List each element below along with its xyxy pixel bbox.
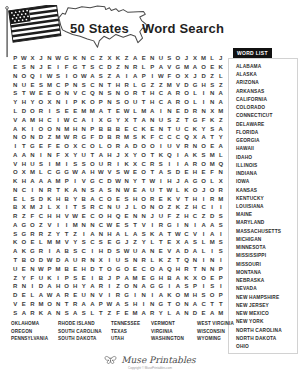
grid-cell[interactable]: A <box>88 299 97 308</box>
grid-cell[interactable]: G <box>165 221 174 230</box>
grid-cell[interactable]: C <box>182 229 191 238</box>
grid-cell[interactable]: S <box>165 168 174 177</box>
grid-cell[interactable]: U <box>157 212 166 221</box>
grid-cell[interactable]: G <box>105 115 114 124</box>
grid-cell[interactable]: M <box>216 308 225 317</box>
grid-cell[interactable]: S <box>97 238 106 247</box>
grid-cell[interactable]: H <box>105 212 114 221</box>
grid-cell[interactable]: X <box>20 203 29 212</box>
grid-cell[interactable]: L <box>122 229 131 238</box>
grid-cell[interactable]: S <box>28 194 37 203</box>
grid-cell[interactable]: L <box>45 203 54 212</box>
grid-cell[interactable]: H <box>105 150 114 159</box>
grid-cell[interactable]: F <box>208 168 217 177</box>
grid-cell[interactable]: H <box>114 80 123 89</box>
grid-cell[interactable]: A <box>165 98 174 107</box>
grid-cell[interactable]: T <box>191 264 200 273</box>
grid-cell[interactable]: D <box>182 80 191 89</box>
grid-cell[interactable]: O <box>11 168 20 177</box>
grid-cell[interactable]: E <box>139 273 148 282</box>
grid-cell[interactable]: I <box>174 150 183 159</box>
grid-cell[interactable]: E <box>148 124 157 133</box>
grid-cell[interactable]: K <box>191 150 200 159</box>
grid-cell[interactable]: A <box>88 229 97 238</box>
grid-cell[interactable]: T <box>11 256 20 265</box>
grid-cell[interactable]: A <box>182 238 191 247</box>
grid-cell[interactable]: I <box>165 159 174 168</box>
grid-cell[interactable]: J <box>122 203 131 212</box>
grid-cell[interactable]: Z <box>11 273 20 282</box>
grid-cell[interactable]: Z <box>45 229 54 238</box>
grid-cell[interactable]: U <box>97 159 106 168</box>
grid-cell[interactable]: S <box>216 212 225 221</box>
grid-cell[interactable]: J <box>37 63 46 72</box>
grid-cell[interactable]: S <box>54 107 63 116</box>
grid-cell[interactable]: E <box>28 238 37 247</box>
grid-cell[interactable]: B <box>20 256 29 265</box>
grid-cell[interactable]: E <box>71 291 80 300</box>
grid-cell[interactable]: X <box>208 107 217 116</box>
grid-cell[interactable]: R <box>105 159 114 168</box>
grid-cell[interactable]: V <box>165 247 174 256</box>
grid-cell[interactable]: A <box>216 98 225 107</box>
grid-cell[interactable]: I <box>62 98 71 107</box>
grid-cell[interactable]: C <box>97 177 106 186</box>
grid-cell[interactable]: E <box>79 212 88 221</box>
grid-cell[interactable]: H <box>54 282 63 291</box>
grid-cell[interactable]: U <box>20 80 29 89</box>
grid-cell[interactable]: A <box>191 299 200 308</box>
grid-cell[interactable]: Z <box>148 80 157 89</box>
grid-cell[interactable]: U <box>79 150 88 159</box>
grid-cell[interactable]: S <box>97 72 106 81</box>
grid-cell[interactable]: T <box>165 229 174 238</box>
grid-cell[interactable]: R <box>216 185 225 194</box>
grid-cell[interactable]: Y <box>114 115 123 124</box>
grid-cell[interactable]: S <box>208 124 217 133</box>
grid-cell[interactable]: P <box>216 291 225 300</box>
grid-cell[interactable]: T <box>97 264 106 273</box>
grid-cell[interactable]: I <box>148 221 157 230</box>
grid-cell[interactable]: L <box>148 256 157 265</box>
grid-cell[interactable]: O <box>157 203 166 212</box>
grid-cell[interactable]: U <box>114 203 123 212</box>
grid-cell[interactable]: T <box>71 203 80 212</box>
grid-cell[interactable]: T <box>79 63 88 72</box>
grid-cell[interactable]: I <box>199 89 208 98</box>
grid-cell[interactable]: U <box>157 115 166 124</box>
grid-cell[interactable]: Z <box>174 212 183 221</box>
grid-cell[interactable]: R <box>148 159 157 168</box>
grid-cell[interactable]: A <box>182 150 191 159</box>
grid-cell[interactable]: C <box>45 115 54 124</box>
grid-cell[interactable]: W <box>97 168 106 177</box>
grid-cell[interactable]: N <box>208 256 217 265</box>
grid-cell[interactable]: E <box>20 291 29 300</box>
grid-cell[interactable]: E <box>208 63 217 72</box>
grid-cell[interactable]: Z <box>182 203 191 212</box>
grid-cell[interactable]: O <box>208 185 217 194</box>
grid-cell[interactable]: I <box>62 72 71 81</box>
grid-cell[interactable]: E <box>122 212 131 221</box>
grid-cell[interactable]: I <box>37 72 46 81</box>
grid-cell[interactable]: H <box>165 177 174 186</box>
grid-cell[interactable]: T <box>97 308 106 317</box>
grid-cell[interactable]: S <box>79 80 88 89</box>
grid-cell[interactable]: K <box>139 124 148 133</box>
grid-cell[interactable]: T <box>208 299 217 308</box>
grid-cell[interactable]: E <box>122 124 131 133</box>
grid-cell[interactable]: E <box>37 142 46 151</box>
grid-cell[interactable]: A <box>157 168 166 177</box>
grid-cell[interactable]: M <box>54 264 63 273</box>
grid-cell[interactable]: H <box>54 194 63 203</box>
grid-cell[interactable]: X <box>131 159 140 168</box>
grid-cell[interactable]: V <box>71 89 80 98</box>
grid-cell[interactable]: H <box>45 212 54 221</box>
grid-cell[interactable]: S <box>122 221 131 230</box>
grid-cell[interactable]: C <box>139 159 148 168</box>
grid-cell[interactable]: C <box>97 221 106 230</box>
grid-cell[interactable]: N <box>88 221 97 230</box>
grid-cell[interactable]: C <box>157 133 166 142</box>
grid-cell[interactable]: E <box>157 194 166 203</box>
grid-cell[interactable]: A <box>208 229 217 238</box>
grid-cell[interactable]: A <box>191 63 200 72</box>
grid-cell[interactable]: N <box>11 185 20 194</box>
grid-cell[interactable]: R <box>28 299 37 308</box>
grid-cell[interactable]: J <box>105 273 114 282</box>
grid-cell[interactable]: Z <box>165 203 174 212</box>
grid-cell[interactable]: E <box>114 194 123 203</box>
grid-cell[interactable]: S <box>157 159 166 168</box>
grid-cell[interactable]: Y <box>157 308 166 317</box>
grid-cell[interactable]: W <box>20 54 29 63</box>
grid-cell[interactable]: A <box>174 282 183 291</box>
grid-cell[interactable]: I <box>54 115 63 124</box>
grid-cell[interactable]: I <box>114 159 123 168</box>
grid-cell[interactable]: L <box>208 177 217 186</box>
grid-cell[interactable]: A <box>122 142 131 151</box>
grid-cell[interactable]: H <box>20 177 29 186</box>
grid-cell[interactable]: F <box>148 133 157 142</box>
grid-cell[interactable]: O <box>105 264 114 273</box>
grid-cell[interactable]: Y <box>11 98 20 107</box>
grid-cell[interactable]: R <box>37 107 46 116</box>
grid-cell[interactable]: M <box>45 238 54 247</box>
grid-cell[interactable]: I <box>45 247 54 256</box>
grid-cell[interactable]: O <box>148 264 157 273</box>
grid-cell[interactable]: R <box>11 282 20 291</box>
grid-cell[interactable]: L <box>148 238 157 247</box>
grid-cell[interactable]: Q <box>88 89 97 98</box>
grid-cell[interactable]: K <box>174 203 183 212</box>
grid-cell[interactable]: Z <box>199 212 208 221</box>
grid-cell[interactable]: J <box>148 212 157 221</box>
grid-cell[interactable]: G <box>191 115 200 124</box>
grid-cell[interactable]: I <box>199 229 208 238</box>
grid-cell[interactable]: W <box>122 107 131 116</box>
grid-cell[interactable]: N <box>105 98 114 107</box>
grid-cell[interactable]: B <box>97 124 106 133</box>
grid-cell[interactable]: O <box>174 72 183 81</box>
grid-cell[interactable]: X <box>71 142 80 151</box>
grid-cell[interactable]: A <box>114 229 123 238</box>
grid-cell[interactable]: N <box>199 107 208 116</box>
grid-cell[interactable]: R <box>174 98 183 107</box>
grid-cell[interactable]: T <box>174 256 183 265</box>
grid-cell[interactable]: X <box>54 203 63 212</box>
grid-cell[interactable]: S <box>105 89 114 98</box>
grid-cell[interactable]: T <box>208 133 217 142</box>
grid-cell[interactable]: L <box>216 72 225 81</box>
grid-cell[interactable]: N <box>97 229 106 238</box>
grid-cell[interactable]: X <box>28 54 37 63</box>
grid-cell[interactable]: I <box>88 273 97 282</box>
grid-cell[interactable]: S <box>79 308 88 317</box>
grid-cell[interactable]: S <box>62 308 71 317</box>
grid-cell[interactable]: I <box>62 203 71 212</box>
grid-cell[interactable]: W <box>37 264 46 273</box>
grid-cell[interactable]: S <box>11 308 20 317</box>
grid-cell[interactable]: C <box>165 133 174 142</box>
grid-cell[interactable]: L <box>131 80 140 89</box>
grid-cell[interactable]: D <box>37 282 46 291</box>
grid-cell[interactable]: N <box>88 291 97 300</box>
grid-cell[interactable]: N <box>148 115 157 124</box>
grid-cell[interactable]: V <box>139 221 148 230</box>
grid-cell[interactable]: E <box>131 264 140 273</box>
grid-cell[interactable]: E <box>208 142 217 151</box>
grid-cell[interactable]: Z <box>20 212 29 221</box>
grid-cell[interactable]: X <box>191 54 200 63</box>
grid-cell[interactable]: L <box>191 89 200 98</box>
grid-cell[interactable]: M <box>54 238 63 247</box>
grid-cell[interactable]: A <box>182 159 191 168</box>
grid-cell[interactable]: A <box>131 54 140 63</box>
grid-cell[interactable]: N <box>28 264 37 273</box>
grid-cell[interactable]: S <box>79 159 88 168</box>
grid-cell[interactable]: Y <box>131 177 140 186</box>
grid-cell[interactable]: I <box>174 221 183 230</box>
grid-cell[interactable]: A <box>11 221 20 230</box>
grid-cell[interactable]: S <box>216 221 225 230</box>
grid-cell[interactable]: A <box>216 142 225 151</box>
grid-cell[interactable]: M <box>139 107 148 116</box>
grid-cell[interactable]: Q <box>216 159 225 168</box>
grid-cell[interactable]: E <box>157 247 166 256</box>
grid-cell[interactable]: N <box>182 299 191 308</box>
grid-cell[interactable]: U <box>37 273 46 282</box>
grid-cell[interactable]: O <box>139 203 148 212</box>
grid-cell[interactable]: K <box>157 256 166 265</box>
grid-cell[interactable]: S <box>88 63 97 72</box>
grid-cell[interactable]: I <box>191 221 200 230</box>
grid-cell[interactable]: M <box>54 133 63 142</box>
grid-cell[interactable]: N <box>131 282 140 291</box>
grid-cell[interactable]: B <box>11 203 20 212</box>
grid-cell[interactable]: T <box>139 177 148 186</box>
grid-cell[interactable]: F <box>45 142 54 151</box>
grid-cell[interactable]: G <box>28 142 37 151</box>
grid-cell[interactable]: S <box>37 80 46 89</box>
grid-cell[interactable]: V <box>45 221 54 230</box>
grid-cell[interactable]: T <box>182 115 191 124</box>
grid-cell[interactable]: D <box>20 107 29 116</box>
grid-cell[interactable]: S <box>11 229 20 238</box>
grid-cell[interactable]: K <box>139 133 148 142</box>
grid-cell[interactable]: H <box>199 80 208 89</box>
grid-cell[interactable]: O <box>97 212 106 221</box>
grid-cell[interactable]: I <box>165 282 174 291</box>
grid-cell[interactable]: U <box>148 185 157 194</box>
grid-cell[interactable]: O <box>62 282 71 291</box>
grid-cell[interactable]: E <box>208 273 217 282</box>
grid-cell[interactable]: E <box>20 264 29 273</box>
grid-cell[interactable]: O <box>199 273 208 282</box>
grid-cell[interactable]: S <box>199 150 208 159</box>
grid-cell[interactable]: A <box>88 282 97 291</box>
grid-cell[interactable]: W <box>62 115 71 124</box>
grid-cell[interactable]: R <box>131 89 140 98</box>
grid-cell[interactable]: Z <box>165 256 174 265</box>
grid-cell[interactable]: E <box>114 107 123 116</box>
grid-cell[interactable]: S <box>131 133 140 142</box>
grid-cell[interactable]: I <box>216 256 225 265</box>
grid-cell[interactable]: O <box>174 54 183 63</box>
grid-cell[interactable]: A <box>45 177 54 186</box>
grid-cell[interactable]: M <box>28 115 37 124</box>
grid-cell[interactable]: N <box>105 203 114 212</box>
grid-cell[interactable]: R <box>122 80 131 89</box>
grid-cell[interactable]: R <box>157 221 166 230</box>
grid-cell[interactable]: C <box>157 98 166 107</box>
grid-cell[interactable]: C <box>199 203 208 212</box>
grid-cell[interactable]: V <box>174 142 183 151</box>
grid-cell[interactable]: X <box>97 256 106 265</box>
grid-cell[interactable]: U <box>11 264 20 273</box>
grid-cell[interactable]: T <box>139 89 148 98</box>
grid-cell[interactable]: I <box>45 159 54 168</box>
grid-cell[interactable]: A <box>157 229 166 238</box>
grid-cell[interactable]: I <box>157 142 166 151</box>
grid-cell[interactable]: O <box>182 98 191 107</box>
grid-cell[interactable]: J <box>37 54 46 63</box>
grid-cell[interactable]: E <box>131 168 140 177</box>
grid-cell[interactable]: A <box>131 229 140 238</box>
grid-cell[interactable]: E <box>139 54 148 63</box>
grid-cell[interactable]: A <box>216 89 225 98</box>
grid-cell[interactable]: N <box>79 221 88 230</box>
grid-cell[interactable]: T <box>216 299 225 308</box>
grid-cell[interactable]: A <box>122 273 131 282</box>
grid-cell[interactable]: S <box>216 238 225 247</box>
grid-cell[interactable]: U <box>157 54 166 63</box>
grid-cell[interactable]: C <box>54 80 63 89</box>
grid-cell[interactable]: M <box>45 80 54 89</box>
grid-cell[interactable]: E <box>79 273 88 282</box>
grid-cell[interactable]: N <box>122 63 131 72</box>
grid-cell[interactable]: Y <box>131 150 140 159</box>
grid-cell[interactable]: A <box>45 282 54 291</box>
grid-cell[interactable]: N <box>182 308 191 317</box>
grid-cell[interactable]: X <box>45 98 54 107</box>
grid-cell[interactable]: L <box>191 98 200 107</box>
grid-cell[interactable]: M <box>54 159 63 168</box>
grid-cell[interactable]: B <box>62 264 71 273</box>
grid-cell[interactable]: H <box>182 212 191 221</box>
grid-cell[interactable]: R <box>174 89 183 98</box>
grid-cell[interactable]: E <box>37 89 46 98</box>
grid-cell[interactable]: S <box>122 256 131 265</box>
grid-cell[interactable]: K <box>208 115 217 124</box>
grid-cell[interactable]: D <box>191 308 200 317</box>
grid-cell[interactable]: F <box>114 308 123 317</box>
grid-cell[interactable]: G <box>20 229 29 238</box>
grid-cell[interactable]: D <box>131 142 140 151</box>
grid-cell[interactable]: G <box>28 247 37 256</box>
grid-cell[interactable]: N <box>122 177 131 186</box>
grid-cell[interactable]: H <box>191 291 200 300</box>
grid-cell[interactable]: L <box>131 203 140 212</box>
grid-cell[interactable]: O <box>139 142 148 151</box>
grid-cell[interactable]: R <box>71 133 80 142</box>
grid-cell[interactable]: V <box>165 63 174 72</box>
grid-cell[interactable]: S <box>139 229 148 238</box>
grid-cell[interactable]: T <box>62 299 71 308</box>
grid-cell[interactable]: F <box>165 72 174 81</box>
grid-cell[interactable]: N <box>11 133 20 142</box>
grid-cell[interactable]: Z <box>216 115 225 124</box>
grid-cell[interactable]: H <box>148 98 157 107</box>
grid-cell[interactable]: L <box>37 168 46 177</box>
grid-cell[interactable]: S <box>88 185 97 194</box>
grid-cell[interactable]: A <box>131 72 140 81</box>
grid-cell[interactable]: C <box>88 54 97 63</box>
grid-cell[interactable]: O <box>174 291 183 300</box>
grid-cell[interactable]: M <box>208 238 217 247</box>
grid-cell[interactable]: I <box>199 98 208 107</box>
grid-cell[interactable]: N <box>131 256 140 265</box>
grid-cell[interactable]: A <box>37 177 46 186</box>
grid-cell[interactable]: F <box>199 115 208 124</box>
grid-cell[interactable]: H <box>131 299 140 308</box>
grid-cell[interactable]: T <box>165 299 174 308</box>
grid-cell[interactable]: T <box>157 185 166 194</box>
grid-cell[interactable]: J <box>199 185 208 194</box>
grid-cell[interactable]: I <box>148 291 157 300</box>
grid-cell[interactable]: D <box>105 247 114 256</box>
grid-cell[interactable]: E <box>71 107 80 116</box>
grid-cell[interactable]: K <box>20 247 29 256</box>
grid-cell[interactable]: E <box>54 142 63 151</box>
grid-cell[interactable]: O <box>88 98 97 107</box>
grid-cell[interactable]: N <box>20 282 29 291</box>
grid-cell[interactable]: H <box>71 282 80 291</box>
grid-cell[interactable]: G <box>20 221 29 230</box>
grid-cell[interactable]: O <box>139 194 148 203</box>
grid-cell[interactable]: N <box>157 124 166 133</box>
grid-cell[interactable]: U <box>131 98 140 107</box>
grid-cell[interactable]: O <box>122 98 131 107</box>
grid-cell[interactable]: P <box>216 264 225 273</box>
grid-cell[interactable]: K <box>157 150 166 159</box>
grid-cell[interactable]: W <box>28 89 37 98</box>
grid-cell[interactable]: N <box>54 299 63 308</box>
grid-cell[interactable]: C <box>88 80 97 89</box>
grid-cell[interactable]: Z <box>97 54 106 63</box>
grid-cell[interactable]: I <box>37 150 46 159</box>
